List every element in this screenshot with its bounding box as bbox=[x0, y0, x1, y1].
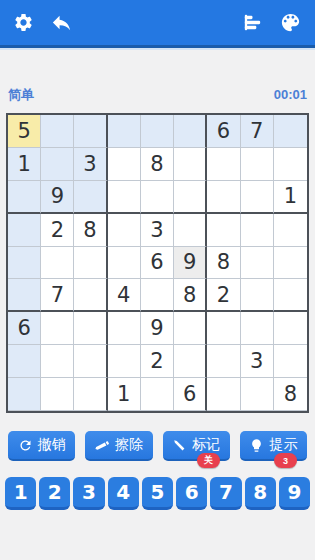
undo-button[interactable]: 撤销 bbox=[8, 431, 75, 461]
cell-r6c7[interactable]: 2 bbox=[207, 279, 240, 312]
hint-count-badge: 3 bbox=[274, 453, 297, 468]
hint-label: 提示 bbox=[269, 436, 297, 454]
cell-r6c8[interactable] bbox=[241, 279, 274, 312]
topbar-divider-light bbox=[0, 48, 315, 50]
cell-r8c1[interactable] bbox=[8, 345, 41, 378]
cell-r7c4[interactable] bbox=[108, 312, 141, 345]
cell-r4c4[interactable] bbox=[108, 214, 141, 247]
cell-r4c6[interactable] bbox=[174, 214, 207, 247]
action-bar: 撤销 擦除 标记 关 提示 3 bbox=[0, 431, 315, 461]
mark-button[interactable]: 标记 关 bbox=[163, 431, 230, 461]
cell-r5c3[interactable] bbox=[74, 247, 107, 280]
cell-r5c2[interactable] bbox=[41, 247, 74, 280]
cell-r6c3[interactable] bbox=[74, 279, 107, 312]
cell-r2c1[interactable]: 1 bbox=[8, 148, 41, 181]
cell-r3c2[interactable]: 9 bbox=[41, 181, 74, 214]
cell-r4c5[interactable]: 3 bbox=[141, 214, 174, 247]
cell-r1c6[interactable] bbox=[174, 115, 207, 148]
cell-r6c5[interactable] bbox=[141, 279, 174, 312]
cell-r5c7[interactable]: 8 bbox=[207, 247, 240, 280]
cell-r4c1[interactable] bbox=[8, 214, 41, 247]
cell-r6c6[interactable]: 8 bbox=[174, 279, 207, 312]
cell-r7c6[interactable] bbox=[174, 312, 207, 345]
cell-r5c6[interactable]: 9 bbox=[174, 247, 207, 280]
topbar-left-group bbox=[13, 11, 73, 34]
erase-icon bbox=[93, 436, 112, 455]
cell-r2c4[interactable] bbox=[108, 148, 141, 181]
cell-r3c8[interactable] bbox=[241, 181, 274, 214]
cell-r9c9[interactable]: 8 bbox=[274, 378, 307, 411]
cell-r8c7[interactable] bbox=[207, 345, 240, 378]
cell-r7c3[interactable] bbox=[74, 312, 107, 345]
cell-r1c4[interactable] bbox=[108, 115, 141, 148]
pen-icon bbox=[172, 438, 187, 453]
cell-r9c1[interactable] bbox=[8, 378, 41, 411]
cell-r5c4[interactable] bbox=[108, 247, 141, 280]
theme-button[interactable] bbox=[279, 11, 302, 34]
cell-r1c9[interactable] bbox=[274, 115, 307, 148]
cell-r6c9[interactable] bbox=[274, 279, 307, 312]
bulb-icon bbox=[249, 438, 264, 453]
stats-button[interactable] bbox=[241, 11, 264, 34]
cell-r6c4[interactable]: 4 bbox=[108, 279, 141, 312]
cell-r9c8[interactable] bbox=[241, 378, 274, 411]
numpad-button-5[interactable]: 5 bbox=[142, 477, 173, 510]
cell-r9c2[interactable] bbox=[41, 378, 74, 411]
numpad-button-1[interactable]: 1 bbox=[5, 477, 36, 510]
cell-r8c9[interactable] bbox=[274, 345, 307, 378]
erase-label: 擦除 bbox=[115, 436, 143, 454]
cell-r7c7[interactable] bbox=[207, 312, 240, 345]
cell-r3c5[interactable] bbox=[141, 181, 174, 214]
number-pad: 123456789 bbox=[0, 477, 315, 510]
cell-r2c9[interactable] bbox=[274, 148, 307, 181]
cell-r3c3[interactable] bbox=[74, 181, 107, 214]
cell-r1c1[interactable]: 5 bbox=[8, 115, 41, 148]
back-arrow-icon bbox=[50, 11, 73, 34]
cell-r7c1[interactable]: 6 bbox=[8, 312, 41, 345]
stats-bars-icon bbox=[241, 11, 264, 34]
numpad-button-7[interactable]: 7 bbox=[210, 477, 241, 510]
cell-r5c8[interactable] bbox=[241, 247, 274, 280]
cell-r5c9[interactable] bbox=[274, 247, 307, 280]
cell-r4c7[interactable] bbox=[207, 214, 240, 247]
numpad-button-8[interactable]: 8 bbox=[245, 477, 276, 510]
cell-r9c5[interactable] bbox=[141, 378, 174, 411]
undo-icon bbox=[18, 438, 33, 453]
cell-r4c2[interactable]: 2 bbox=[41, 214, 74, 247]
cell-r1c5[interactable] bbox=[141, 115, 174, 148]
cell-r3c1[interactable] bbox=[8, 181, 41, 214]
cell-r5c5[interactable]: 6 bbox=[141, 247, 174, 280]
cell-r4c9[interactable] bbox=[274, 214, 307, 247]
cell-r2c8[interactable] bbox=[241, 148, 274, 181]
cell-r1c2[interactable] bbox=[41, 115, 74, 148]
cell-r7c5[interactable]: 9 bbox=[141, 312, 174, 345]
cell-r2c5[interactable]: 8 bbox=[141, 148, 174, 181]
cell-r1c7[interactable]: 6 bbox=[207, 115, 240, 148]
cell-r8c8[interactable]: 3 bbox=[241, 345, 274, 378]
cell-r7c2[interactable] bbox=[41, 312, 74, 345]
cell-r9c4[interactable]: 1 bbox=[108, 378, 141, 411]
gear-icon bbox=[13, 12, 34, 33]
numpad-button-2[interactable]: 2 bbox=[39, 477, 70, 510]
cell-r3c9[interactable]: 1 bbox=[274, 181, 307, 214]
sudoku-grid: 5671389128369874826923168 bbox=[6, 113, 309, 413]
cell-r2c2[interactable] bbox=[41, 148, 74, 181]
cell-r8c3[interactable] bbox=[74, 345, 107, 378]
cell-r6c2[interactable]: 7 bbox=[41, 279, 74, 312]
status-row: 简单 00:01 bbox=[0, 86, 315, 104]
palette-icon bbox=[279, 11, 302, 34]
mark-label: 标记 bbox=[192, 436, 220, 454]
numpad-button-6[interactable]: 6 bbox=[176, 477, 207, 510]
cell-r3c4[interactable] bbox=[108, 181, 141, 214]
top-bar bbox=[0, 0, 315, 45]
undo-label: 撤销 bbox=[38, 436, 66, 454]
cell-r7c8[interactable] bbox=[241, 312, 274, 345]
cell-r8c5[interactable]: 2 bbox=[141, 345, 174, 378]
hint-button[interactable]: 提示 3 bbox=[240, 431, 307, 461]
cell-r2c6[interactable] bbox=[174, 148, 207, 181]
cell-r5c1[interactable] bbox=[8, 247, 41, 280]
cell-r8c6[interactable] bbox=[174, 345, 207, 378]
numpad-button-9[interactable]: 9 bbox=[279, 477, 310, 510]
back-button[interactable] bbox=[50, 11, 73, 34]
cell-r1c3[interactable] bbox=[74, 115, 107, 148]
cell-r9c7[interactable] bbox=[207, 378, 240, 411]
cell-r4c3[interactable]: 8 bbox=[74, 214, 107, 247]
cell-r9c6[interactable]: 6 bbox=[174, 378, 207, 411]
difficulty-label: 简单 bbox=[8, 86, 34, 104]
cell-r8c2[interactable] bbox=[41, 345, 74, 378]
cell-r2c3[interactable]: 3 bbox=[74, 148, 107, 181]
cell-r1c8[interactable]: 7 bbox=[241, 115, 274, 148]
topbar-right-group bbox=[241, 11, 302, 34]
cell-r6c1[interactable] bbox=[8, 279, 41, 312]
mark-state-badge: 关 bbox=[197, 453, 220, 468]
cell-r3c7[interactable] bbox=[207, 181, 240, 214]
numpad-button-3[interactable]: 3 bbox=[73, 477, 104, 510]
cell-r8c4[interactable] bbox=[108, 345, 141, 378]
numpad-button-4[interactable]: 4 bbox=[108, 477, 139, 510]
cell-r2c7[interactable] bbox=[207, 148, 240, 181]
cell-r7c9[interactable] bbox=[274, 312, 307, 345]
cell-r4c8[interactable] bbox=[241, 214, 274, 247]
cell-r3c6[interactable] bbox=[174, 181, 207, 214]
erase-button[interactable]: 擦除 bbox=[85, 431, 152, 461]
cell-r9c3[interactable] bbox=[74, 378, 107, 411]
timer-label: 00:01 bbox=[274, 87, 307, 102]
settings-button[interactable] bbox=[13, 12, 34, 33]
